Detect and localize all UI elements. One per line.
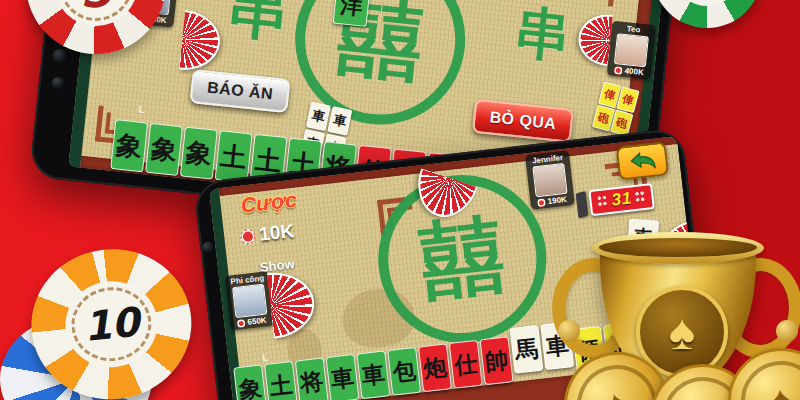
bo-qua-button[interactable]: BỎ QUA	[472, 99, 574, 143]
card-土[interactable]: 土	[264, 361, 298, 400]
chip-dash-ring	[59, 0, 133, 21]
watermark-letter: L	[262, 352, 269, 364]
back-arrow-icon	[628, 151, 656, 172]
bao-an-button[interactable]: BÁO ĂN	[190, 69, 291, 113]
bet-label: Cược	[240, 187, 298, 217]
card-車[interactable]: 車	[326, 354, 360, 400]
gold-coin: ♠	[723, 343, 800, 400]
card-洋: 洋	[333, 0, 371, 27]
meander-corner	[573, 0, 617, 7]
counter-value: 31	[611, 189, 633, 211]
card-fan	[267, 268, 318, 339]
card-back-stub	[576, 190, 589, 217]
spade-icon: ♠	[669, 307, 696, 357]
card-仕[interactable]: 仕	[449, 340, 483, 389]
turn-counter: 31	[575, 183, 654, 218]
chip-icon	[240, 228, 257, 245]
decor-symbol: 串	[224, 0, 292, 45]
chip-icon	[537, 198, 546, 207]
card-fan	[179, 10, 223, 74]
spade-icon: ♠	[767, 376, 794, 400]
player-money: 190K	[547, 195, 567, 206]
trophy-handle-curl	[558, 320, 580, 342]
chip-dash-ring	[68, 283, 155, 365]
player-panel-top[interactable]: Jennifer 190K	[525, 150, 575, 210]
camera-icon	[51, 76, 64, 89]
card-包[interactable]: 包	[387, 347, 421, 396]
card-将[interactable]: 将	[295, 357, 329, 400]
card-炮[interactable]: 炮	[418, 343, 452, 392]
avatar	[614, 33, 649, 67]
card-帥[interactable]: 帥	[480, 336, 514, 385]
player-money: 400K	[624, 66, 644, 77]
card-象[interactable]: 象	[233, 364, 267, 400]
decor-symbol: 串	[512, 3, 574, 65]
bet-amount: 10K	[239, 220, 295, 248]
card-土[interactable]: 土	[215, 130, 253, 183]
card-車: 車	[306, 102, 331, 132]
card-象[interactable]: 象	[180, 127, 218, 180]
medallion-glyph: 囍	[414, 198, 510, 321]
player-name: Teo	[626, 24, 641, 34]
avatar	[532, 163, 567, 197]
chip-dots	[635, 190, 647, 205]
chip-dots	[597, 194, 609, 209]
spade-icon: ♠	[689, 392, 718, 400]
card-象[interactable]: 象	[110, 119, 148, 172]
promo-stage: 串 囍 串 兵洋 車車車車 Phi công 430K 27 BÁO ĂN BỎ…	[0, 0, 800, 400]
camera-icon	[202, 241, 214, 253]
spade-icon: ♠	[599, 379, 635, 400]
chip-icon	[237, 318, 246, 327]
chip-icon	[614, 66, 623, 75]
trophy: ♠ ♠ ♠ ♠	[556, 224, 800, 400]
player-money: 650K	[247, 316, 267, 327]
card-馬[interactable]: 馬	[509, 325, 543, 374]
card-車[interactable]: 車	[356, 350, 390, 399]
back-button[interactable]	[616, 141, 670, 180]
avatar	[232, 284, 267, 318]
camera-icon	[52, 48, 67, 63]
card-車: 車	[327, 106, 352, 136]
watermark-letter: L	[138, 104, 145, 116]
trophy-rim	[592, 232, 764, 264]
trophy-handle-curl	[776, 320, 798, 342]
card-象[interactable]: 象	[145, 123, 183, 176]
player-panel-right[interactable]: Teo 400K	[607, 21, 657, 80]
